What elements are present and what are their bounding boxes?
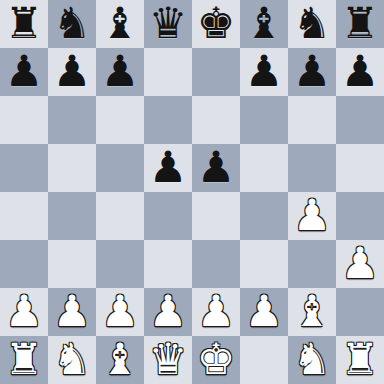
white-pawn-piece[interactable]: ♟: [293, 192, 332, 239]
square-d6[interactable]: [144, 96, 192, 144]
white-knight-piece[interactable]: ♞: [53, 336, 92, 383]
square-b1[interactable]: ♞: [48, 336, 96, 384]
black-pawn-piece[interactable]: ♟: [101, 48, 140, 95]
square-f7[interactable]: ♟: [240, 48, 288, 96]
square-a5[interactable]: [0, 144, 48, 192]
square-g6[interactable]: [288, 96, 336, 144]
square-c8[interactable]: ♝: [96, 0, 144, 48]
square-e7[interactable]: [192, 48, 240, 96]
square-e4[interactable]: [192, 192, 240, 240]
square-a3[interactable]: [0, 240, 48, 288]
white-pawn-piece[interactable]: ♟: [53, 288, 92, 335]
square-e2[interactable]: ♟: [192, 288, 240, 336]
square-h3[interactable]: ♟: [336, 240, 384, 288]
square-b7[interactable]: ♟: [48, 48, 96, 96]
square-e5[interactable]: ♟: [192, 144, 240, 192]
square-g5[interactable]: [288, 144, 336, 192]
square-d1[interactable]: ♛: [144, 336, 192, 384]
black-rook-piece[interactable]: ♜: [5, 0, 44, 47]
black-pawn-piece[interactable]: ♟: [341, 48, 380, 95]
square-d8[interactable]: ♛: [144, 0, 192, 48]
square-b4[interactable]: [48, 192, 96, 240]
square-d7[interactable]: [144, 48, 192, 96]
square-f4[interactable]: [240, 192, 288, 240]
square-d5[interactable]: ♟: [144, 144, 192, 192]
black-pawn-piece[interactable]: ♟: [5, 48, 44, 95]
square-c3[interactable]: [96, 240, 144, 288]
square-c4[interactable]: [96, 192, 144, 240]
square-g3[interactable]: [288, 240, 336, 288]
black-pawn-piece[interactable]: ♟: [293, 48, 332, 95]
board-wrap: ♜♞♝♛♚♝♞♜♟♟♟♟♟♟♟♟♟♟♟♟♟♟♟♟♝♜♞♝♛♚♞♜: [0, 0, 384, 384]
square-d4[interactable]: [144, 192, 192, 240]
black-pawn-piece[interactable]: ♟: [245, 48, 284, 95]
square-d3[interactable]: [144, 240, 192, 288]
square-c1[interactable]: ♝: [96, 336, 144, 384]
white-queen-piece[interactable]: ♛: [149, 336, 188, 383]
square-f6[interactable]: [240, 96, 288, 144]
black-pawn-piece[interactable]: ♟: [53, 48, 92, 95]
square-h1[interactable]: ♜: [336, 336, 384, 384]
white-pawn-piece[interactable]: ♟: [149, 288, 188, 335]
white-bishop-piece[interactable]: ♝: [293, 288, 332, 335]
square-e8[interactable]: ♚: [192, 0, 240, 48]
square-h8[interactable]: ♜: [336, 0, 384, 48]
square-a2[interactable]: ♟: [0, 288, 48, 336]
square-e6[interactable]: [192, 96, 240, 144]
black-queen-piece[interactable]: ♛: [149, 0, 188, 47]
square-c7[interactable]: ♟: [96, 48, 144, 96]
square-f8[interactable]: ♝: [240, 0, 288, 48]
black-pawn-piece[interactable]: ♟: [197, 144, 236, 191]
square-h5[interactable]: [336, 144, 384, 192]
square-f5[interactable]: [240, 144, 288, 192]
square-g2[interactable]: ♝: [288, 288, 336, 336]
square-d2[interactable]: ♟: [144, 288, 192, 336]
black-bishop-piece[interactable]: ♝: [245, 0, 284, 47]
black-bishop-piece[interactable]: ♝: [101, 0, 140, 47]
square-g1[interactable]: ♞: [288, 336, 336, 384]
chess-board: ♜♞♝♛♚♝♞♜♟♟♟♟♟♟♟♟♟♟♟♟♟♟♟♟♝♜♞♝♛♚♞♜: [0, 0, 384, 384]
square-a1[interactable]: ♜: [0, 336, 48, 384]
square-h4[interactable]: [336, 192, 384, 240]
white-bishop-piece[interactable]: ♝: [101, 336, 140, 383]
square-g4[interactable]: ♟: [288, 192, 336, 240]
square-h2[interactable]: [336, 288, 384, 336]
square-h6[interactable]: [336, 96, 384, 144]
black-pawn-piece[interactable]: ♟: [149, 144, 188, 191]
square-h7[interactable]: ♟: [336, 48, 384, 96]
square-a6[interactable]: [0, 96, 48, 144]
white-rook-piece[interactable]: ♜: [341, 336, 380, 383]
square-c2[interactable]: ♟: [96, 288, 144, 336]
square-b8[interactable]: ♞: [48, 0, 96, 48]
square-f3[interactable]: [240, 240, 288, 288]
square-b5[interactable]: [48, 144, 96, 192]
square-c5[interactable]: [96, 144, 144, 192]
white-rook-piece[interactable]: ♜: [5, 336, 44, 383]
white-pawn-piece[interactable]: ♟: [341, 240, 380, 287]
white-pawn-piece[interactable]: ♟: [101, 288, 140, 335]
square-b6[interactable]: [48, 96, 96, 144]
square-a7[interactable]: ♟: [0, 48, 48, 96]
white-pawn-piece[interactable]: ♟: [197, 288, 236, 335]
square-f1[interactable]: [240, 336, 288, 384]
square-a4[interactable]: [0, 192, 48, 240]
square-e1[interactable]: ♚: [192, 336, 240, 384]
square-f2[interactable]: ♟: [240, 288, 288, 336]
square-e3[interactable]: [192, 240, 240, 288]
square-g8[interactable]: ♞: [288, 0, 336, 48]
square-c6[interactable]: [96, 96, 144, 144]
white-king-piece[interactable]: ♚: [197, 336, 236, 383]
black-rook-piece[interactable]: ♜: [341, 0, 380, 47]
black-king-piece[interactable]: ♚: [197, 0, 236, 47]
square-a8[interactable]: ♜: [0, 0, 48, 48]
black-knight-piece[interactable]: ♞: [293, 0, 332, 47]
square-b2[interactable]: ♟: [48, 288, 96, 336]
white-knight-piece[interactable]: ♞: [293, 336, 332, 383]
square-g7[interactable]: ♟: [288, 48, 336, 96]
square-b3[interactable]: [48, 240, 96, 288]
black-knight-piece[interactable]: ♞: [53, 0, 92, 47]
white-pawn-piece[interactable]: ♟: [5, 288, 44, 335]
white-pawn-piece[interactable]: ♟: [245, 288, 284, 335]
